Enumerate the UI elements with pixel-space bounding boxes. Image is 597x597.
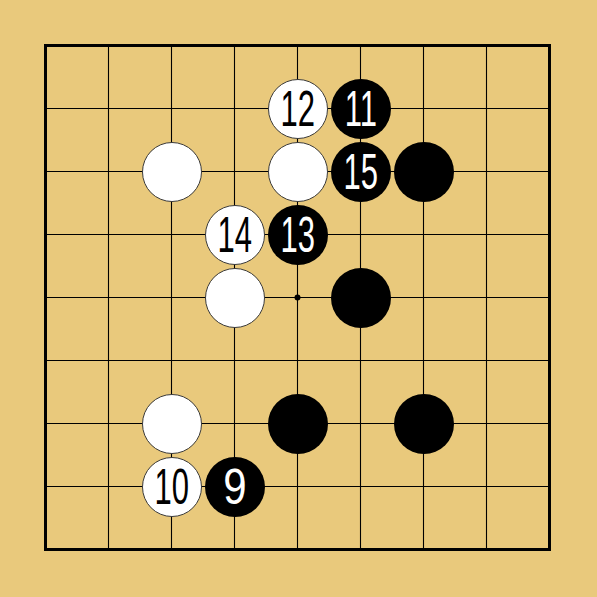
intersection-h9[interactable] (455, 14, 518, 77)
intersection-g8[interactable] (392, 77, 455, 140)
stone-black-e3[interactable] (268, 394, 328, 454)
stone-black-g7[interactable] (394, 142, 454, 202)
intersection-b1[interactable] (77, 518, 140, 581)
intersection-j5[interactable] (518, 266, 581, 329)
intersection-b7[interactable] (77, 140, 140, 203)
intersection-f7[interactable]: 15 (329, 140, 392, 203)
intersection-h2[interactable] (455, 455, 518, 518)
intersection-c3[interactable] (140, 392, 203, 455)
intersection-g4[interactable] (392, 329, 455, 392)
intersection-c7[interactable] (140, 140, 203, 203)
intersection-h8[interactable] (455, 77, 518, 140)
intersection-b5[interactable] (77, 266, 140, 329)
stone-black-f5[interactable] (331, 268, 391, 328)
intersection-h6[interactable] (455, 203, 518, 266)
intersection-a2[interactable] (14, 455, 77, 518)
intersection-h5[interactable] (455, 266, 518, 329)
intersection-f2[interactable] (329, 455, 392, 518)
intersection-b6[interactable] (77, 203, 140, 266)
intersection-d8[interactable] (203, 77, 266, 140)
intersection-c6[interactable] (140, 203, 203, 266)
intersection-f8[interactable]: 11 (329, 77, 392, 140)
intersection-d4[interactable] (203, 329, 266, 392)
intersection-c2[interactable]: 10 (140, 455, 203, 518)
intersection-f5[interactable] (329, 266, 392, 329)
stone-white-c3[interactable] (142, 394, 202, 454)
intersection-e9[interactable] (266, 14, 329, 77)
intersection-e7[interactable] (266, 140, 329, 203)
intersection-g1[interactable] (392, 518, 455, 581)
intersection-f4[interactable] (329, 329, 392, 392)
intersection-g2[interactable] (392, 455, 455, 518)
intersection-d9[interactable] (203, 14, 266, 77)
stone-black-f8[interactable]: 11 (331, 79, 391, 139)
intersection-j9[interactable] (518, 14, 581, 77)
intersection-e6[interactable]: 13 (266, 203, 329, 266)
intersection-h1[interactable] (455, 518, 518, 581)
intersection-j2[interactable] (518, 455, 581, 518)
go-diagram: 1211151413109 (0, 0, 597, 597)
stone-white-c7[interactable] (142, 142, 202, 202)
intersection-j6[interactable] (518, 203, 581, 266)
intersection-e5[interactable] (266, 266, 329, 329)
stone-black-g3[interactable] (394, 394, 454, 454)
intersection-b4[interactable] (77, 329, 140, 392)
move-number-label: 12 (280, 84, 314, 134)
move-number-label: 13 (280, 210, 314, 260)
intersection-d6[interactable]: 14 (203, 203, 266, 266)
intersection-g5[interactable] (392, 266, 455, 329)
intersection-b2[interactable] (77, 455, 140, 518)
move-number-label: 9 (223, 462, 246, 512)
intersection-d5[interactable] (203, 266, 266, 329)
intersection-a1[interactable] (14, 518, 77, 581)
move-number-label: 14 (217, 210, 251, 260)
intersection-f6[interactable] (329, 203, 392, 266)
intersection-j8[interactable] (518, 77, 581, 140)
stone-white-d5[interactable] (205, 268, 265, 328)
intersection-g9[interactable] (392, 14, 455, 77)
intersection-g3[interactable] (392, 392, 455, 455)
intersection-d2[interactable]: 9 (203, 455, 266, 518)
intersection-g7[interactable] (392, 140, 455, 203)
intersection-f3[interactable] (329, 392, 392, 455)
intersection-e3[interactable] (266, 392, 329, 455)
intersection-b3[interactable] (77, 392, 140, 455)
intersection-d3[interactable] (203, 392, 266, 455)
stone-black-d2[interactable]: 9 (205, 457, 265, 517)
stone-white-d6[interactable]: 14 (205, 205, 265, 265)
intersection-b8[interactable] (77, 77, 140, 140)
stone-black-e6[interactable]: 13 (268, 205, 328, 265)
intersection-a4[interactable] (14, 329, 77, 392)
stone-white-c2[interactable]: 10 (142, 457, 202, 517)
move-number-label: 15 (343, 147, 377, 197)
intersection-j4[interactable] (518, 329, 581, 392)
intersection-c1[interactable] (140, 518, 203, 581)
intersection-g6[interactable] (392, 203, 455, 266)
stone-white-e7[interactable] (268, 142, 328, 202)
intersection-h4[interactable] (455, 329, 518, 392)
go-board: 1211151413109 (14, 14, 581, 581)
intersection-f9[interactable] (329, 14, 392, 77)
intersection-a5[interactable] (14, 266, 77, 329)
intersection-h3[interactable] (455, 392, 518, 455)
intersection-f1[interactable] (329, 518, 392, 581)
intersection-c8[interactable] (140, 77, 203, 140)
move-number-label: 11 (344, 84, 376, 134)
intersection-a8[interactable] (14, 77, 77, 140)
stone-black-f7[interactable]: 15 (331, 142, 391, 202)
intersection-a6[interactable] (14, 203, 77, 266)
intersection-a9[interactable] (14, 14, 77, 77)
intersection-d7[interactable] (203, 140, 266, 203)
intersection-b9[interactable] (77, 14, 140, 77)
intersection-a3[interactable] (14, 392, 77, 455)
intersection-e8[interactable]: 12 (266, 77, 329, 140)
move-number-label: 10 (154, 462, 188, 512)
intersection-e4[interactable] (266, 329, 329, 392)
intersection-h7[interactable] (455, 140, 518, 203)
intersection-a7[interactable] (14, 140, 77, 203)
intersection-e2[interactable] (266, 455, 329, 518)
intersection-c5[interactable] (140, 266, 203, 329)
intersection-j3[interactable] (518, 392, 581, 455)
intersection-j1[interactable] (518, 518, 581, 581)
intersection-j7[interactable] (518, 140, 581, 203)
intersection-e1[interactable] (266, 518, 329, 581)
intersection-c9[interactable] (140, 14, 203, 77)
intersection-c4[interactable] (140, 329, 203, 392)
intersection-d1[interactable] (203, 518, 266, 581)
stone-white-e8[interactable]: 12 (268, 79, 328, 139)
